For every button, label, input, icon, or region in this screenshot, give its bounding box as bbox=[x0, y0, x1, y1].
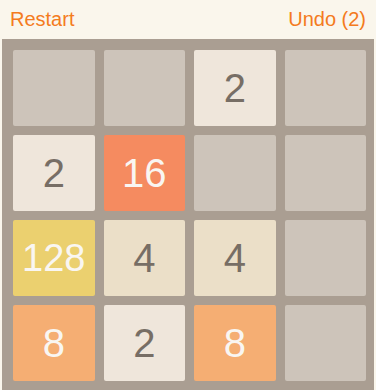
empty-cell bbox=[13, 50, 95, 126]
top-bar: Restart Undo (2) bbox=[0, 0, 376, 39]
tile-8: 8 bbox=[13, 305, 95, 381]
empty-cell bbox=[194, 135, 276, 211]
tile-8: 8 bbox=[194, 305, 276, 381]
empty-cell bbox=[285, 220, 367, 296]
empty-cell bbox=[285, 50, 367, 126]
tile-2: 2 bbox=[194, 50, 276, 126]
board-grid[interactable]: 221612844828 bbox=[2, 39, 374, 390]
empty-cell bbox=[285, 135, 367, 211]
app-window: Restart Undo (2) 221612844828 bbox=[0, 0, 376, 390]
undo-button[interactable]: Undo (2) bbox=[288, 8, 366, 31]
tile-4: 4 bbox=[194, 220, 276, 296]
tile-2: 2 bbox=[104, 305, 186, 381]
empty-cell bbox=[285, 305, 367, 381]
empty-cell bbox=[104, 50, 186, 126]
tile-128: 128 bbox=[13, 220, 95, 296]
restart-button[interactable]: Restart bbox=[10, 8, 74, 31]
tile-2: 2 bbox=[13, 135, 95, 211]
tile-4: 4 bbox=[104, 220, 186, 296]
tile-16: 16 bbox=[104, 135, 186, 211]
